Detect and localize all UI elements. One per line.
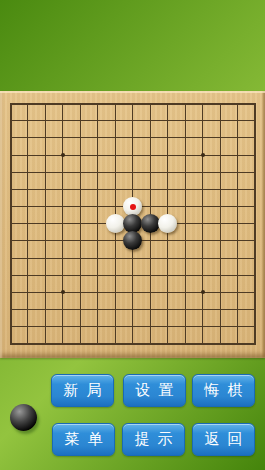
white-stone [158, 214, 177, 233]
white-stone [106, 214, 125, 233]
hint-button[interactable]: 提示 [122, 423, 185, 456]
undo-button[interactable]: 悔棋 [192, 374, 255, 407]
app-screen: 新局 设置 悔棋 菜单 提示 返回 [0, 0, 265, 470]
back-button[interactable]: 返回 [192, 423, 255, 456]
settings-button[interactable]: 设置 [123, 374, 186, 407]
last-move-marker [130, 204, 136, 210]
black-stone [123, 214, 142, 233]
gomoku-board[interactable] [0, 91, 265, 358]
black-stone-turn-indicator-icon [10, 404, 37, 431]
new-game-button[interactable]: 新局 [51, 374, 114, 407]
black-stone [123, 231, 142, 250]
black-stone [141, 214, 160, 233]
menu-button[interactable]: 菜单 [52, 423, 115, 456]
last-move-white-stone [123, 197, 142, 216]
